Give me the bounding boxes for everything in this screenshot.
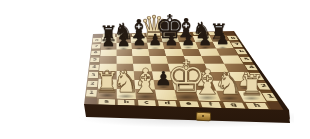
square-d4	[150, 63, 170, 71]
file-label-bottom-b: b	[118, 100, 135, 106]
square-a4	[99, 63, 116, 71]
rank-label-left-7: 7	[92, 44, 101, 48]
chess-board: abcdefgh8877665544332211abcdefgh	[84, 31, 288, 111]
square-d3	[152, 71, 173, 80]
rank-label-left-6: 6	[91, 51, 100, 56]
square-a2	[98, 79, 116, 88]
square-a1	[97, 88, 116, 98]
rank-label-left-2: 2	[87, 81, 97, 87]
rank-label-left-4: 4	[89, 65, 99, 70]
file-label-bottom-g: g	[223, 102, 245, 108]
square-b2	[116, 80, 135, 89]
square-b5	[116, 56, 133, 63]
square-d5	[149, 56, 168, 64]
square-b3	[116, 71, 134, 80]
frame-border-cell: 2	[86, 79, 98, 88]
rank-label-left-8: 8	[93, 38, 101, 42]
square-c3	[134, 71, 153, 80]
square-b4	[116, 63, 133, 71]
file-label-bottom-a: a	[98, 99, 115, 104]
brass-clasp-icon	[196, 112, 211, 122]
rank-label-left-3: 3	[88, 72, 98, 78]
file-label-bottom-f: f	[201, 102, 222, 108]
chess-set-photo: abcdefgh8877665544332211abcdefgh ♜♞♝♛♚♝♞…	[0, 0, 310, 139]
square-d1	[155, 89, 178, 100]
file-label-bottom-h: h	[246, 103, 269, 109]
square-a3	[99, 71, 117, 79]
frame-border-cell: 4	[88, 63, 99, 71]
rank-label-left-1: 1	[86, 90, 97, 97]
rank-label-left-5: 5	[90, 57, 99, 62]
square-a5	[100, 56, 116, 63]
frame-border-cell: 1	[85, 88, 98, 98]
square-c1	[135, 89, 156, 99]
square-c5	[132, 56, 150, 63]
file-label-bottom-c: c	[138, 100, 156, 106]
square-d2	[153, 80, 174, 90]
square-c2	[134, 80, 154, 90]
square-c4	[133, 63, 152, 71]
square-b1	[116, 89, 136, 99]
frame-border-cell: 3	[87, 71, 99, 79]
frame-border-cell: 5	[89, 56, 100, 63]
file-label-bottom-e: e	[179, 101, 199, 107]
file-label-bottom-d: d	[158, 101, 177, 107]
